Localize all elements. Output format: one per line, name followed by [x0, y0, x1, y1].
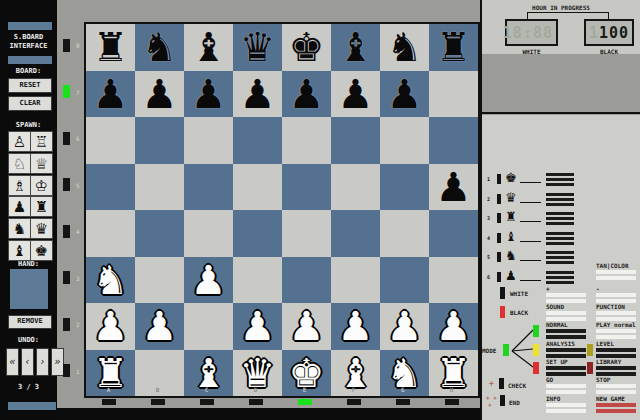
square-b2[interactable]: ♟ — [135, 303, 184, 350]
spawn-white-bishop-button[interactable]: ♗ — [8, 175, 31, 196]
white-clock-display: 18:88 — [505, 19, 558, 46]
file-indicator-D — [249, 399, 263, 405]
panel-divider — [482, 112, 640, 114]
rank-indicator-2 — [63, 318, 70, 331]
black-rook-piece: ♜ — [86, 24, 135, 70]
legend-led — [497, 213, 501, 223]
file-label-G: G — [399, 386, 407, 393]
legend-bar — [546, 198, 574, 201]
square-e7[interactable]: ♟ — [282, 71, 331, 118]
group-bar-1 — [546, 311, 586, 315]
group-label: NEW GAME — [596, 395, 638, 402]
group-library[interactable]: LIBRARY — [596, 358, 638, 378]
legend-led — [497, 272, 501, 282]
check-label: CHECK — [508, 382, 526, 389]
square-c8[interactable]: ♝ — [184, 24, 233, 71]
chess-board: ♜♞♝♛♚♝♞♜♟♟♟♟♟♟♟♟♞♟♟♟♟♟♟♟♟♜♝♛♚♝♞♜ — [84, 22, 480, 398]
file-indicator-H — [445, 399, 459, 405]
square-a6[interactable] — [86, 117, 135, 164]
legend-bar — [546, 251, 574, 254]
led-normal — [533, 325, 539, 337]
square-b3[interactable] — [135, 257, 184, 304]
file-label-D: D — [252, 386, 260, 393]
legend-underline — [520, 241, 541, 242]
file-label-A: A — [105, 386, 113, 393]
legend-row-4: 4♝ — [486, 231, 636, 247]
white-clock-digits: 18:88 — [503, 24, 553, 42]
legend-bar — [546, 232, 574, 235]
legend-number: 6 — [487, 274, 490, 280]
group-label: SET UP — [546, 358, 588, 365]
legend-led — [497, 252, 501, 262]
square-c6[interactable] — [184, 117, 233, 164]
group-go[interactable]: GO — [546, 376, 588, 396]
black-pawn-piece: ♟ — [86, 71, 135, 117]
square-d2[interactable]: ♟ — [233, 303, 282, 350]
legend-piece-icon: ♛ — [505, 190, 517, 205]
black-rook-piece: ♜ — [429, 24, 478, 70]
spawn-white-rook-button[interactable]: ♖ — [30, 131, 53, 152]
end-icon-1: + + — [486, 394, 497, 401]
sidebar-top-bar — [8, 22, 52, 30]
legend-bar — [546, 222, 574, 225]
rank-label-7: 7 — [76, 89, 80, 96]
led-set-up — [533, 362, 539, 374]
black-pawn-piece: ♟ — [429, 164, 478, 210]
square-e4[interactable] — [282, 210, 331, 257]
white-led — [500, 287, 505, 299]
square-e5[interactable] — [282, 164, 331, 211]
group-info[interactable]: INFO — [546, 395, 588, 415]
undo-controls: «‹›» — [6, 348, 64, 376]
group-label: LIBRARY — [596, 358, 638, 365]
white-clock-label: WHITE — [505, 48, 558, 55]
legend-number: 5 — [487, 254, 490, 260]
square-d8[interactable]: ♛ — [233, 24, 282, 71]
white-pawn-piece: ♟ — [184, 257, 233, 303]
group-bar-1 — [546, 366, 586, 370]
undo-counter: 3 / 3 — [0, 383, 57, 391]
group-normal[interactable]: NORMAL — [546, 321, 588, 341]
square-d4[interactable] — [233, 210, 282, 257]
square-g7[interactable]: ♟ — [380, 71, 429, 118]
square-g4[interactable] — [380, 210, 429, 257]
legend-underline — [520, 202, 541, 203]
group-bar-2 — [546, 335, 586, 339]
legend-bar — [546, 212, 574, 215]
legend-underline — [520, 280, 541, 281]
white-pawn-piece: ♟ — [282, 303, 331, 349]
square-f7[interactable]: ♟ — [331, 71, 380, 118]
group-label: - — [596, 285, 638, 292]
spawn-grid-white: ♙♖♘♕♗♔ — [8, 131, 51, 196]
white-pawn-piece: ♟ — [86, 303, 135, 349]
led-library — [587, 362, 593, 374]
hand-section-label: HAND: — [0, 260, 57, 268]
group-bar-2 — [596, 335, 636, 339]
legend-row-3: 3♜ — [486, 211, 636, 227]
hand-slot[interactable] — [10, 269, 48, 309]
square-h2[interactable]: ♟ — [429, 303, 478, 350]
legend-bar — [546, 203, 574, 206]
white-knight-piece: ♞ — [86, 257, 135, 303]
legend-underline — [520, 260, 541, 261]
square-a2[interactable]: ♟ — [86, 303, 135, 350]
white-pawn-piece: ♟ — [331, 303, 380, 349]
group--[interactable]: + — [546, 285, 588, 305]
group-bar-1 — [546, 329, 586, 333]
group-label: SOUND — [546, 303, 588, 310]
legend-bar — [546, 256, 574, 259]
led-analysis — [533, 344, 539, 356]
rank-label-8: 8 — [76, 42, 80, 49]
legend-led — [497, 174, 501, 184]
group-bar-1 — [546, 403, 586, 407]
rank-indicator-4 — [63, 225, 70, 238]
square-g2[interactable]: ♟ — [380, 303, 429, 350]
spawn-black-queen-button[interactable]: ♛ — [30, 218, 53, 239]
square-h4[interactable] — [429, 210, 478, 257]
group-tan-color[interactable]: TAN|COLOR — [596, 262, 638, 282]
rank-indicator-8 — [63, 39, 70, 52]
group-label: STOP — [596, 376, 638, 383]
legend-bar — [546, 173, 574, 176]
group-bar-1 — [546, 293, 586, 297]
group-bar-1 — [596, 329, 636, 333]
undo-back-button[interactable]: ‹ — [21, 348, 34, 376]
square-c4[interactable] — [184, 210, 233, 257]
rank-label-5: 5 — [76, 182, 80, 189]
square-a8[interactable]: ♜ — [86, 24, 135, 71]
group-label: PLAY normal — [596, 321, 638, 328]
legend-piece-icon: ♝ — [505, 229, 517, 244]
file-indicator-F — [347, 399, 361, 405]
square-g3[interactable] — [380, 257, 429, 304]
white-pawn-piece: ♟ — [380, 303, 429, 349]
file-indicator-A — [102, 399, 116, 405]
black-side-label: BLACK — [510, 309, 528, 316]
file-indicator-E — [298, 399, 312, 405]
group-sound[interactable]: SOUND — [546, 303, 588, 323]
black-pawn-piece: ♟ — [331, 71, 380, 117]
square-c7[interactable]: ♟ — [184, 71, 233, 118]
clear-button[interactable]: CLEAR — [8, 96, 52, 111]
square-a7[interactable]: ♟ — [86, 71, 135, 118]
sidebar-divider-bar — [8, 56, 52, 64]
rank-label-1: 1 — [76, 368, 80, 375]
app-title-line2: INTERFACE — [0, 42, 57, 50]
file-indicator-C — [200, 399, 214, 405]
legend-row-1: 1♚ — [486, 172, 636, 188]
remove-button[interactable]: REMOVE — [8, 315, 52, 329]
rank-label-4: 4 — [76, 228, 80, 235]
group-label: GO — [546, 376, 588, 383]
rank-label-6: 6 — [76, 135, 80, 142]
spawn-white-king-button[interactable]: ♔ — [30, 175, 53, 196]
legend-bar — [546, 237, 574, 240]
square-b4[interactable] — [135, 210, 184, 257]
group-label: TAN|COLOR — [596, 262, 638, 269]
black-pawn-piece: ♟ — [282, 71, 331, 117]
legend-number: 2 — [487, 196, 490, 202]
square-f6[interactable] — [331, 117, 380, 164]
group-play-normal[interactable]: PLAY normal — [596, 321, 638, 341]
rank-label-3: 3 — [76, 275, 80, 282]
square-g5[interactable] — [380, 164, 429, 211]
square-e8[interactable]: ♚ — [282, 24, 331, 71]
undo-forward-button[interactable]: › — [36, 348, 49, 376]
group-bar-1 — [596, 348, 636, 352]
black-bishop-piece: ♝ — [331, 24, 380, 70]
white-pawn-piece: ♟ — [233, 303, 282, 349]
group--[interactable]: - — [596, 285, 638, 305]
square-a5[interactable] — [86, 164, 135, 211]
clock-header: HOUR IN PROGRESS — [482, 4, 640, 11]
legend-bar — [546, 217, 574, 220]
square-a3[interactable]: ♞ — [86, 257, 135, 304]
legend-piece-icon: ♟ — [505, 268, 517, 283]
legend-bar — [546, 281, 574, 284]
group-bar-1 — [596, 366, 636, 370]
square-c3[interactable]: ♟ — [184, 257, 233, 304]
legend-number: 3 — [487, 215, 490, 221]
legend-bar — [546, 193, 574, 196]
app-title-line1: S.BOARD — [0, 33, 57, 41]
spawn-black-knight-button[interactable]: ♞ — [8, 218, 31, 239]
black-queen-piece: ♛ — [233, 24, 282, 70]
spawn-white-queen-button[interactable]: ♕ — [30, 153, 53, 174]
square-e2[interactable]: ♟ — [282, 303, 331, 350]
square-g6[interactable] — [380, 117, 429, 164]
black-knight-piece: ♞ — [135, 24, 184, 70]
group-stop[interactable]: STOP — [596, 376, 638, 396]
legend-bar — [546, 242, 574, 245]
square-d6[interactable] — [233, 117, 282, 164]
square-b6[interactable] — [135, 117, 184, 164]
legend-underline — [520, 182, 541, 183]
group-bar-1 — [596, 293, 636, 297]
group-analysis[interactable]: ANALYSIS — [546, 340, 588, 360]
square-f5[interactable] — [331, 164, 380, 211]
file-indicator-B — [151, 399, 165, 405]
black-pawn-piece: ♟ — [135, 71, 184, 117]
square-f2[interactable]: ♟ — [331, 303, 380, 350]
legend-bar — [546, 183, 574, 186]
rank-indicator-1 — [63, 364, 70, 377]
board-interface-screen: S.BOARD INTERFACE BOARD: RESET CLEAR SPA… — [0, 0, 640, 420]
legend-bar — [546, 271, 574, 274]
group-bar-2 — [546, 390, 586, 394]
legend-led — [497, 194, 501, 204]
square-b7[interactable]: ♟ — [135, 71, 184, 118]
mode-label: MODE — [482, 347, 496, 354]
legend-piece-icon: ♚ — [505, 170, 517, 185]
file-label-B: B — [154, 386, 162, 393]
group-set-up[interactable]: SET UP — [546, 358, 588, 378]
white-pawn-piece: ♟ — [429, 303, 478, 349]
white-side-label: WHITE — [510, 290, 528, 297]
square-f8[interactable]: ♝ — [331, 24, 380, 71]
reset-button[interactable]: RESET — [8, 78, 52, 93]
black-clock-digits: 100 — [599, 24, 629, 42]
rank-indicator-5 — [63, 178, 70, 191]
group-label: ANALYSIS — [546, 340, 588, 347]
end-led — [500, 395, 505, 406]
group-label: LEVEL — [596, 340, 638, 347]
group-bar-1 — [546, 348, 586, 352]
black-bishop-piece: ♝ — [184, 24, 233, 70]
square-b5[interactable] — [135, 164, 184, 211]
legend-underline — [520, 221, 541, 222]
legend-bar — [546, 178, 574, 181]
black-king-piece: ♚ — [282, 24, 331, 70]
square-d3[interactable] — [233, 257, 282, 304]
black-clock-display: 1100 — [584, 19, 634, 46]
square-a4[interactable] — [86, 210, 135, 257]
led-level — [587, 344, 593, 356]
legend-bar — [546, 276, 574, 279]
group-bar-2 — [546, 409, 586, 413]
group-function[interactable]: FUNCTION — [596, 303, 638, 323]
square-b8[interactable]: ♞ — [135, 24, 184, 71]
black-clock-label: BLACK — [584, 48, 634, 55]
spawn-black-rook-button[interactable]: ♜ — [30, 196, 53, 217]
group-bar-1 — [596, 311, 636, 315]
black-pawn-piece: ♟ — [380, 71, 429, 117]
group-bar-1 — [596, 384, 636, 388]
square-f3[interactable] — [331, 257, 380, 304]
check-led — [499, 378, 504, 389]
legend-piece-icon: ♜ — [505, 209, 517, 224]
square-d5[interactable] — [233, 164, 282, 211]
undo-first-button[interactable]: « — [6, 348, 19, 376]
bottom-strip — [57, 408, 482, 420]
group-bar-2 — [596, 390, 636, 394]
square-h8[interactable]: ♜ — [429, 24, 478, 71]
square-h5[interactable]: ♟ — [429, 164, 478, 211]
rank-indicator-7 — [63, 85, 70, 98]
square-f4[interactable] — [331, 210, 380, 257]
mode-led — [503, 344, 509, 356]
board-section-label: BOARD: — [0, 67, 57, 75]
white-pawn-piece: ♟ — [135, 303, 184, 349]
spawn-section-label: SPAWN: — [0, 121, 57, 129]
spawn-black-king-button[interactable]: ♚ — [30, 240, 53, 261]
spawn-grid-black: ♟♜♞♛♝♚ — [8, 196, 51, 261]
group-level[interactable]: LEVEL — [596, 340, 638, 360]
rank-label-2: 2 — [76, 321, 80, 328]
group-label: + — [546, 285, 588, 292]
square-d7[interactable]: ♟ — [233, 71, 282, 118]
black-pawn-piece: ♟ — [184, 71, 233, 117]
group-label: FUNCTION — [596, 303, 638, 310]
group-bar-2 — [596, 409, 636, 413]
rank-indicator-6 — [63, 132, 70, 145]
spawn-black-pawn-button[interactable]: ♟ — [8, 196, 31, 217]
group-new-game[interactable]: NEW GAME — [596, 395, 638, 415]
spawn-black-bishop-button[interactable]: ♝ — [8, 240, 31, 261]
rank-indicator-3 — [63, 271, 70, 284]
square-c2[interactable] — [184, 303, 233, 350]
square-e3[interactable] — [282, 257, 331, 304]
spawn-white-knight-button[interactable]: ♘ — [8, 153, 31, 174]
legend-number: 1 — [487, 176, 490, 182]
square-h3[interactable] — [429, 257, 478, 304]
file-label-H: H — [448, 386, 456, 393]
group-bar-1 — [546, 384, 586, 388]
legend-number: 4 — [487, 235, 490, 241]
end-icon-2: + — [488, 401, 492, 408]
spawn-white-pawn-button[interactable]: ♙ — [8, 131, 31, 152]
group-label: INFO — [546, 395, 588, 402]
check-icon: + — [489, 379, 494, 388]
legend-led — [497, 233, 501, 243]
group-bar-1 — [596, 270, 636, 274]
file-label-E: E — [301, 386, 309, 393]
square-c5[interactable] — [184, 164, 233, 211]
legend-row-2: 2♛ — [486, 192, 636, 208]
legend-bar — [546, 261, 574, 264]
black-led — [500, 306, 505, 318]
square-e6[interactable] — [282, 117, 331, 164]
black-pawn-piece: ♟ — [233, 71, 282, 117]
square-g8[interactable]: ♞ — [380, 24, 429, 71]
end-label: END — [509, 399, 520, 406]
square-h7[interactable] — [429, 71, 478, 118]
file-indicator-G — [396, 399, 410, 405]
group-bar-2 — [596, 276, 636, 280]
sidebar-bottom-bar — [8, 402, 56, 410]
legend-piece-icon: ♞ — [505, 248, 517, 263]
black-clock-ghost-digit: 1 — [589, 24, 599, 42]
group-label: NORMAL — [546, 321, 588, 328]
file-label-F: F — [350, 386, 358, 393]
file-label-C: C — [203, 386, 211, 393]
group-bar-1 — [596, 403, 636, 407]
square-h6[interactable] — [429, 117, 478, 164]
black-knight-piece: ♞ — [380, 24, 429, 70]
undo-section-label: UNDO: — [0, 336, 57, 344]
